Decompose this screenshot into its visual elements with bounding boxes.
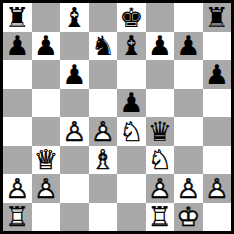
square-e2[interactable]: [117, 174, 146, 203]
square-b2[interactable]: ♟♙: [32, 174, 61, 203]
square-b3[interactable]: ♛♕: [32, 146, 61, 175]
black-king-icon[interactable]: ♚: [117, 3, 146, 32]
black-bishop-icon[interactable]: ♝: [60, 3, 89, 32]
square-a2[interactable]: ♟♙: [3, 174, 32, 203]
square-h6[interactable]: ♟: [203, 60, 232, 89]
square-e4[interactable]: ♞♘: [117, 117, 146, 146]
white-pawn-icon[interactable]: ♟♙: [60, 117, 89, 146]
square-b6[interactable]: [32, 60, 61, 89]
square-h2[interactable]: ♟♙: [203, 174, 232, 203]
square-a4[interactable]: [3, 117, 32, 146]
square-f1[interactable]: ♜♖: [146, 203, 175, 232]
square-d4[interactable]: ♟♙: [89, 117, 118, 146]
square-c6[interactable]: ♟: [60, 60, 89, 89]
black-rook-icon[interactable]: ♜: [3, 3, 32, 32]
white-pawn-icon[interactable]: ♟♙: [146, 174, 175, 203]
square-d6[interactable]: [89, 60, 118, 89]
square-h8[interactable]: ♜: [203, 3, 232, 32]
white-pawn-icon[interactable]: ♟♙: [89, 117, 118, 146]
square-b1[interactable]: [32, 203, 61, 232]
white-knight-icon[interactable]: ♞♘: [146, 146, 175, 175]
white-pawn-outline: ♙: [3, 174, 32, 203]
square-d1[interactable]: [89, 203, 118, 232]
square-h3[interactable]: [203, 146, 232, 175]
square-c8[interactable]: ♝: [60, 3, 89, 32]
square-c2[interactable]: [60, 174, 89, 203]
square-a3[interactable]: [3, 146, 32, 175]
square-h7[interactable]: [203, 32, 232, 61]
white-queen-outline: ♕: [32, 146, 61, 175]
black-pawn-icon[interactable]: ♟: [117, 89, 146, 118]
square-c3[interactable]: [60, 146, 89, 175]
white-pawn-outline: ♙: [203, 174, 232, 203]
square-a7[interactable]: ♟: [3, 32, 32, 61]
white-pawn-icon[interactable]: ♟♙: [203, 174, 232, 203]
square-b5[interactable]: [32, 89, 61, 118]
square-a6[interactable]: [3, 60, 32, 89]
square-b7[interactable]: ♟: [32, 32, 61, 61]
white-rook-outline: ♖: [146, 203, 175, 232]
square-g7[interactable]: ♟: [174, 32, 203, 61]
black-pawn-icon[interactable]: ♟: [146, 32, 175, 61]
square-d2[interactable]: [89, 174, 118, 203]
white-king-icon[interactable]: ♚♔: [174, 203, 203, 232]
white-rook-outline: ♖: [3, 203, 32, 232]
white-queen-icon[interactable]: ♛♕: [32, 146, 61, 175]
square-g3[interactable]: [174, 146, 203, 175]
square-a8[interactable]: ♜: [3, 3, 32, 32]
square-e5[interactable]: ♟: [117, 89, 146, 118]
black-pawn-icon[interactable]: ♟: [174, 32, 203, 61]
chess-board: ♜♝♚♜♟♟♞♝♟♟♟♟♟♟♙♟♙♞♘♛♛♕♝♗♞♘♟♙♟♙♟♙♟♙♟♙♜♖♜♖…: [0, 0, 234, 234]
black-pawn-icon[interactable]: ♟: [203, 60, 232, 89]
white-knight-outline: ♘: [117, 117, 146, 146]
white-pawn-outline: ♙: [60, 117, 89, 146]
square-e8[interactable]: ♚: [117, 3, 146, 32]
square-e6[interactable]: [117, 60, 146, 89]
black-pawn-icon[interactable]: ♟: [3, 32, 32, 61]
white-rook-icon[interactable]: ♜♖: [146, 203, 175, 232]
black-pawn-icon[interactable]: ♟: [32, 32, 61, 61]
square-g4[interactable]: [174, 117, 203, 146]
square-d8[interactable]: [89, 3, 118, 32]
white-pawn-outline: ♙: [32, 174, 61, 203]
square-h4[interactable]: [203, 117, 232, 146]
square-b4[interactable]: [32, 117, 61, 146]
square-c4[interactable]: ♟♙: [60, 117, 89, 146]
square-e7[interactable]: ♝: [117, 32, 146, 61]
square-f3[interactable]: ♞♘: [146, 146, 175, 175]
square-b8[interactable]: [32, 3, 61, 32]
square-g2[interactable]: ♟♙: [174, 174, 203, 203]
square-f8[interactable]: [146, 3, 175, 32]
white-rook-icon[interactable]: ♜♖: [3, 203, 32, 232]
square-a5[interactable]: [3, 89, 32, 118]
white-pawn-outline: ♙: [146, 174, 175, 203]
square-f4[interactable]: ♛: [146, 117, 175, 146]
square-d7[interactable]: ♞: [89, 32, 118, 61]
square-c5[interactable]: [60, 89, 89, 118]
square-f5[interactable]: [146, 89, 175, 118]
square-e3[interactable]: [117, 146, 146, 175]
black-pawn-icon[interactable]: ♟: [60, 60, 89, 89]
square-h1[interactable]: [203, 203, 232, 232]
white-pawn-outline: ♙: [89, 117, 118, 146]
square-g8[interactable]: [174, 3, 203, 32]
black-queen-icon[interactable]: ♛: [146, 117, 175, 146]
square-c7[interactable]: [60, 32, 89, 61]
black-rook-icon[interactable]: ♜: [203, 3, 232, 32]
white-pawn-icon[interactable]: ♟♙: [32, 174, 61, 203]
square-d5[interactable]: [89, 89, 118, 118]
white-knight-icon[interactable]: ♞♘: [117, 117, 146, 146]
square-f7[interactable]: ♟: [146, 32, 175, 61]
white-king-outline: ♔: [174, 203, 203, 232]
square-e1[interactable]: [117, 203, 146, 232]
square-d3[interactable]: ♝♗: [89, 146, 118, 175]
square-a1[interactable]: ♜♖: [3, 203, 32, 232]
black-bishop-icon[interactable]: ♝: [117, 32, 146, 61]
square-g1[interactable]: ♚♔: [174, 203, 203, 232]
square-c1[interactable]: [60, 203, 89, 232]
black-knight-icon[interactable]: ♞: [89, 32, 118, 61]
white-bishop-icon[interactable]: ♝♗: [89, 146, 118, 175]
white-knight-outline: ♘: [146, 146, 175, 175]
square-g5[interactable]: [174, 89, 203, 118]
square-g6[interactable]: [174, 60, 203, 89]
square-h5[interactable]: [203, 89, 232, 118]
square-f6[interactable]: [146, 60, 175, 89]
square-f2[interactable]: ♟♙: [146, 174, 175, 203]
white-pawn-icon[interactable]: ♟♙: [3, 174, 32, 203]
white-pawn-outline: ♙: [174, 174, 203, 203]
white-bishop-outline: ♗: [89, 146, 118, 175]
white-pawn-icon[interactable]: ♟♙: [174, 174, 203, 203]
